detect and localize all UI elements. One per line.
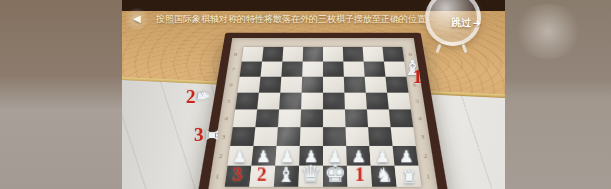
white-R-on-h1: ♜ [401,168,416,185]
white-Q-on-d1: ♛ [300,162,321,185]
square-c7 [281,62,302,77]
letterbox-blur-right [505,0,611,189]
rank-label-left-4: 4 [224,115,229,121]
square-c1: ♝ [274,166,299,187]
square-d7 [302,62,323,77]
square-b4 [255,109,279,127]
square-f2: ♟ [346,146,371,166]
scattered-piece-3-rook[interactable]: 3 ♜ [194,124,218,146]
square-h1: ♜ [395,166,422,187]
white-K-on-e1: ♚ [324,161,346,186]
square-h2: ♟ [393,146,419,166]
square-b2: ♟ [251,146,276,166]
skip-arrow-icon: ➔ [473,18,481,28]
square-f1[interactable]: 1 [347,166,372,187]
square-d6 [302,77,323,93]
board-grid: ♟♟♟♟♟♟♟♟32♝♛♚1♞♜ [225,47,422,187]
scattered-piece-1-bishop[interactable]: 1 ♝ [403,58,422,88]
rank-label-left-1: 1 [215,172,220,179]
rank-label-left-6: 6 [229,82,233,88]
rank-label-right-5: 5 [415,98,419,104]
rank-label-left-2: 2 [218,152,223,159]
white-P-on-a2: ♟ [232,148,247,165]
white-P-on-b2: ♟ [256,148,271,165]
game-viewport: ◄ 按照国际象棋轴对称的特性将散落在外的三枚棋子摆放至正确的位置 跳过➔ ABC… [122,0,505,189]
rank-label-right-2: 2 [423,152,428,159]
rank-label-left-5: 5 [227,98,231,104]
square-a4 [233,109,257,127]
back-arrow-icon: ◄ [131,11,144,26]
scattered-piece-2-knight[interactable]: 2 ♞ [186,86,211,108]
square-f6 [344,77,366,93]
square-g4 [367,109,391,127]
scatter-label-1: 1 [413,66,423,88]
square-a6 [238,77,261,93]
white-N-on-g1: ♞ [376,166,394,186]
square-g6 [365,77,387,93]
square-g1: ♞ [371,166,397,187]
white-rook-lying[interactable]: ♜ [202,128,218,143]
letterbox-blur-left [0,0,122,189]
white-P-on-g2: ♟ [375,148,390,165]
square-b7 [261,62,283,77]
white-knight-lying[interactable]: ♞ [193,88,212,106]
rank-label-left-8: 8 [234,52,238,57]
rank-label-right-4: 4 [418,115,423,121]
skip-label: 跳过 [451,17,471,28]
square-d4 [300,109,323,127]
target-square-label-3[interactable]: 3 [232,165,242,185]
chessboard-scene: ABCDEFGH1122334455667788 ♟♟♟♟♟♟♟♟32♝♛♚1♞… [219,24,427,189]
square-b6 [259,77,281,93]
square-f4 [345,109,368,127]
rank-label-right-1: 1 [426,172,431,179]
square-a1[interactable]: 3 [225,166,252,187]
square-g7 [364,62,386,77]
square-e7 [323,62,344,77]
square-c6 [280,77,302,93]
square-c4 [278,109,301,127]
rank-label-right-3: 3 [420,133,425,140]
back-button[interactable]: ◄ [124,8,150,30]
target-square-label-2[interactable]: 2 [257,165,267,185]
square-a7 [240,62,262,77]
square-e1: ♚ [323,166,348,187]
white-P-on-h2: ♟ [399,148,414,165]
rank-label-left-3: 3 [221,133,226,140]
square-e6 [323,77,344,93]
square-f7 [343,62,364,77]
white-P-on-f2: ♟ [351,148,366,165]
square-b1[interactable]: 2 [249,166,275,187]
skip-button[interactable]: 跳过➔ [451,16,481,30]
square-d1: ♛ [298,166,323,187]
square-a2: ♟ [228,146,254,166]
target-square-label-1[interactable]: 1 [355,165,365,185]
rank-label-left-7: 7 [231,66,235,71]
white-B-on-c1: ♝ [277,165,296,186]
square-h4 [389,109,413,127]
square-e4 [323,109,346,127]
